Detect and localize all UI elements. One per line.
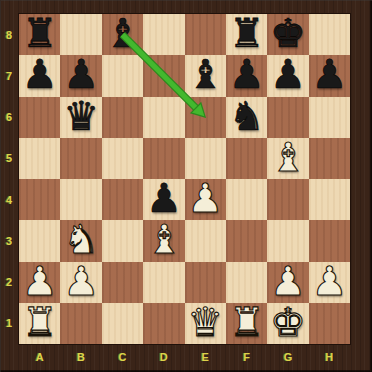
square-e1[interactable]: ♛ [185,303,226,344]
white-pawn-piece[interactable]: ♟ [270,261,306,302]
square-d1[interactable] [143,303,184,344]
square-d7[interactable] [143,55,184,96]
black-rook-piece[interactable]: ♜ [229,13,265,54]
square-e3[interactable] [185,220,226,261]
square-b8[interactable] [60,14,101,55]
square-e2[interactable] [185,262,226,303]
square-c6[interactable] [102,97,143,138]
black-pawn-piece[interactable]: ♟ [311,54,347,95]
square-b4[interactable] [60,179,101,220]
square-g1[interactable]: ♚ [267,303,308,344]
file-label-G: G [267,344,308,372]
white-pawn-piece[interactable]: ♟ [187,178,223,219]
file-label-H: H [309,344,350,372]
square-f2[interactable] [226,262,267,303]
square-h8[interactable] [309,14,350,55]
square-a7[interactable]: ♟ [19,55,60,96]
rank-label-1: 1 [0,303,18,344]
square-g3[interactable] [267,220,308,261]
black-queen-piece[interactable]: ♛ [63,96,99,137]
rank-label-4: 4 [0,179,18,220]
white-rook-piece[interactable]: ♜ [229,302,265,343]
square-h2[interactable]: ♟ [309,262,350,303]
square-c1[interactable] [102,303,143,344]
square-e7[interactable]: ♝ [185,55,226,96]
square-g5[interactable]: ♝ [267,138,308,179]
square-g7[interactable]: ♟ [267,55,308,96]
file-label-C: C [102,344,143,372]
square-g6[interactable] [267,97,308,138]
square-a4[interactable] [19,179,60,220]
square-b7[interactable]: ♟ [60,55,101,96]
black-pawn-piece[interactable]: ♟ [22,54,58,95]
square-b6[interactable]: ♛ [60,97,101,138]
square-a1[interactable]: ♜ [19,303,60,344]
white-pawn-piece[interactable]: ♟ [22,261,58,302]
chess-board-frame: 87654321 ABCDEFGH ♜♝♜♚♟♟♝♟♟♟♛♞♝♟♟♞♝♟♟♟♟♜… [0,0,372,372]
square-d5[interactable] [143,138,184,179]
square-c3[interactable] [102,220,143,261]
file-label-E: E [185,344,226,372]
square-d3[interactable]: ♝ [143,220,184,261]
square-g2[interactable]: ♟ [267,262,308,303]
rank-label-2: 2 [0,262,18,303]
square-h1[interactable] [309,303,350,344]
black-pawn-piece[interactable]: ♟ [63,54,99,95]
square-d8[interactable] [143,14,184,55]
rank-label-3: 3 [0,220,18,261]
black-bishop-piece[interactable]: ♝ [187,54,223,95]
file-label-A: A [19,344,60,372]
square-a8[interactable]: ♜ [19,14,60,55]
square-f8[interactable]: ♜ [226,14,267,55]
square-a3[interactable] [19,220,60,261]
square-f6[interactable]: ♞ [226,97,267,138]
black-pawn-piece[interactable]: ♟ [146,178,182,219]
square-h7[interactable]: ♟ [309,55,350,96]
file-label-B: B [60,344,101,372]
square-b3[interactable]: ♞ [60,220,101,261]
rank-label-6: 6 [0,97,18,138]
square-c4[interactable] [102,179,143,220]
square-c7[interactable] [102,55,143,96]
rank-labels: 87654321 [0,14,18,344]
file-label-D: D [143,344,184,372]
square-c8[interactable]: ♝ [102,14,143,55]
square-b1[interactable] [60,303,101,344]
black-bishop-piece[interactable]: ♝ [105,13,141,54]
square-f1[interactable]: ♜ [226,303,267,344]
square-a5[interactable] [19,138,60,179]
file-label-F: F [226,344,267,372]
white-rook-piece[interactable]: ♜ [22,302,58,343]
black-rook-piece[interactable]: ♜ [22,13,58,54]
board: ♜♝♜♚♟♟♝♟♟♟♛♞♝♟♟♞♝♟♟♟♟♜♛♜♚ [19,14,350,344]
square-f5[interactable] [226,138,267,179]
square-d4[interactable]: ♟ [143,179,184,220]
rank-label-5: 5 [0,138,18,179]
rank-label-8: 8 [0,14,18,55]
square-h5[interactable] [309,138,350,179]
square-h4[interactable] [309,179,350,220]
white-knight-piece[interactable]: ♞ [63,219,99,260]
square-c5[interactable] [102,138,143,179]
square-a6[interactable] [19,97,60,138]
square-e4[interactable]: ♟ [185,179,226,220]
square-f7[interactable]: ♟ [226,55,267,96]
square-a2[interactable]: ♟ [19,262,60,303]
black-knight-piece[interactable]: ♞ [229,96,265,137]
square-e8[interactable] [185,14,226,55]
white-king-piece[interactable]: ♚ [270,302,306,343]
square-g8[interactable]: ♚ [267,14,308,55]
black-pawn-piece[interactable]: ♟ [229,54,265,95]
white-bishop-piece[interactable]: ♝ [146,219,182,260]
square-f4[interactable] [226,179,267,220]
square-h3[interactable] [309,220,350,261]
rank-label-7: 7 [0,55,18,96]
square-b2[interactable]: ♟ [60,262,101,303]
white-queen-piece[interactable]: ♛ [187,302,223,343]
square-d2[interactable] [143,262,184,303]
square-g4[interactable] [267,179,308,220]
white-pawn-piece[interactable]: ♟ [311,261,347,302]
file-labels: ABCDEFGH [19,344,350,372]
black-pawn-piece[interactable]: ♟ [270,54,306,95]
square-e6[interactable] [185,97,226,138]
square-b5[interactable] [60,138,101,179]
square-c2[interactable] [102,262,143,303]
white-pawn-piece[interactable]: ♟ [63,261,99,302]
square-f3[interactable] [226,220,267,261]
square-d6[interactable] [143,97,184,138]
square-e5[interactable] [185,138,226,179]
square-h6[interactable] [309,97,350,138]
black-king-piece[interactable]: ♚ [270,13,306,54]
white-bishop-piece[interactable]: ♝ [270,137,306,178]
